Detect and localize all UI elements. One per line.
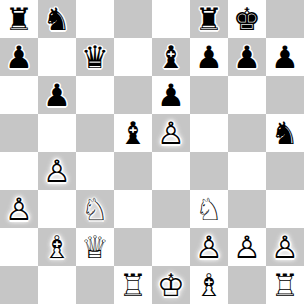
- square-c4[interactable]: [76, 152, 114, 190]
- black-rook[interactable]: ♜: [195, 0, 223, 38]
- square-g8[interactable]: ♚: [228, 0, 266, 38]
- square-a3[interactable]: ♙: [0, 190, 38, 228]
- square-g4[interactable]: [228, 152, 266, 190]
- square-a8[interactable]: ♜: [0, 0, 38, 38]
- square-g7[interactable]: ♟: [228, 38, 266, 76]
- square-f5[interactable]: [190, 114, 228, 152]
- square-h6[interactable]: [266, 76, 304, 114]
- square-g2[interactable]: ♙: [228, 228, 266, 266]
- black-pawn[interactable]: ♟: [233, 38, 261, 76]
- white-pawn[interactable]: ♙: [233, 228, 261, 266]
- white-pawn[interactable]: ♙: [5, 190, 33, 228]
- square-f2[interactable]: ♙: [190, 228, 228, 266]
- white-rook[interactable]: ♖: [119, 266, 147, 304]
- black-pawn[interactable]: ♟: [5, 38, 33, 76]
- square-g6[interactable]: [228, 76, 266, 114]
- square-f4[interactable]: [190, 152, 228, 190]
- white-pawn[interactable]: ♙: [195, 228, 223, 266]
- chess-board: ♜♞♜♚♟♛♝♟♟♟♟♟♝♙♞♙♙♘♘♗♕♙♙♙♖♔♗♖: [0, 0, 304, 304]
- square-d4[interactable]: [114, 152, 152, 190]
- square-g1[interactable]: [228, 266, 266, 304]
- square-a5[interactable]: [0, 114, 38, 152]
- square-a7[interactable]: ♟: [0, 38, 38, 76]
- square-h1[interactable]: ♖: [266, 266, 304, 304]
- black-pawn[interactable]: ♟: [157, 76, 185, 114]
- square-d1[interactable]: ♖: [114, 266, 152, 304]
- square-e5[interactable]: ♙: [152, 114, 190, 152]
- square-a1[interactable]: [0, 266, 38, 304]
- square-g3[interactable]: [228, 190, 266, 228]
- white-pawn[interactable]: ♙: [271, 228, 299, 266]
- square-e3[interactable]: [152, 190, 190, 228]
- black-king[interactable]: ♚: [233, 0, 261, 38]
- black-bishop[interactable]: ♝: [119, 114, 147, 152]
- white-bishop[interactable]: ♗: [195, 266, 223, 304]
- chess-diagram: ♜♞♜♚♟♛♝♟♟♟♟♟♝♙♞♙♙♘♘♗♕♙♙♙♖♔♗♖: [0, 0, 304, 304]
- square-b4[interactable]: ♙: [38, 152, 76, 190]
- square-h5[interactable]: ♞: [266, 114, 304, 152]
- white-king[interactable]: ♔: [157, 266, 185, 304]
- square-e1[interactable]: ♔: [152, 266, 190, 304]
- black-pawn[interactable]: ♟: [195, 38, 223, 76]
- square-a6[interactable]: [0, 76, 38, 114]
- black-rook[interactable]: ♜: [5, 0, 33, 38]
- square-h8[interactable]: [266, 0, 304, 38]
- black-pawn[interactable]: ♟: [43, 76, 71, 114]
- white-pawn[interactable]: ♙: [157, 114, 185, 152]
- square-c1[interactable]: [76, 266, 114, 304]
- square-d7[interactable]: [114, 38, 152, 76]
- square-b2[interactable]: ♗: [38, 228, 76, 266]
- square-c7[interactable]: ♛: [76, 38, 114, 76]
- square-f7[interactable]: ♟: [190, 38, 228, 76]
- square-c8[interactable]: [76, 0, 114, 38]
- square-e2[interactable]: [152, 228, 190, 266]
- white-rook[interactable]: ♖: [271, 266, 299, 304]
- white-queen[interactable]: ♕: [81, 228, 109, 266]
- square-b6[interactable]: ♟: [38, 76, 76, 114]
- square-h4[interactable]: [266, 152, 304, 190]
- black-knight[interactable]: ♞: [271, 114, 299, 152]
- square-c3[interactable]: ♘: [76, 190, 114, 228]
- square-b3[interactable]: [38, 190, 76, 228]
- square-d3[interactable]: [114, 190, 152, 228]
- black-bishop[interactable]: ♝: [157, 38, 185, 76]
- square-c5[interactable]: [76, 114, 114, 152]
- white-knight[interactable]: ♘: [81, 190, 109, 228]
- square-e8[interactable]: [152, 0, 190, 38]
- white-pawn[interactable]: ♙: [43, 152, 71, 190]
- square-b8[interactable]: ♞: [38, 0, 76, 38]
- square-e4[interactable]: [152, 152, 190, 190]
- square-f1[interactable]: ♗: [190, 266, 228, 304]
- black-pawn[interactable]: ♟: [271, 38, 299, 76]
- square-c6[interactable]: [76, 76, 114, 114]
- square-b7[interactable]: [38, 38, 76, 76]
- square-f3[interactable]: ♘: [190, 190, 228, 228]
- square-d5[interactable]: ♝: [114, 114, 152, 152]
- square-e6[interactable]: ♟: [152, 76, 190, 114]
- square-d6[interactable]: [114, 76, 152, 114]
- white-knight[interactable]: ♘: [195, 190, 223, 228]
- square-e7[interactable]: ♝: [152, 38, 190, 76]
- square-b1[interactable]: [38, 266, 76, 304]
- square-a4[interactable]: [0, 152, 38, 190]
- square-f8[interactable]: ♜: [190, 0, 228, 38]
- black-knight[interactable]: ♞: [43, 0, 71, 38]
- white-bishop[interactable]: ♗: [43, 228, 71, 266]
- square-b5[interactable]: [38, 114, 76, 152]
- square-h2[interactable]: ♙: [266, 228, 304, 266]
- square-g5[interactable]: [228, 114, 266, 152]
- square-f6[interactable]: [190, 76, 228, 114]
- square-h3[interactable]: [266, 190, 304, 228]
- square-c2[interactable]: ♕: [76, 228, 114, 266]
- black-queen[interactable]: ♛: [81, 38, 109, 76]
- square-h7[interactable]: ♟: [266, 38, 304, 76]
- square-d8[interactable]: [114, 0, 152, 38]
- square-a2[interactable]: [0, 228, 38, 266]
- square-d2[interactable]: [114, 228, 152, 266]
